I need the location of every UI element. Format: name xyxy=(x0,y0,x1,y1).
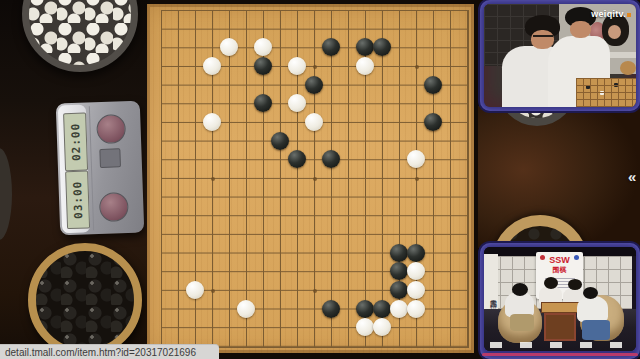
stone-white xyxy=(305,113,323,131)
video-panel-players[interactable]: weiqitv. xyxy=(480,0,640,111)
broadcast-screen: 02:00 03:00 xyxy=(0,0,640,359)
mini-stone-bowl xyxy=(620,61,636,75)
studio-player-right-hair xyxy=(583,287,598,299)
floor-card xyxy=(520,342,532,348)
mini-go-board xyxy=(576,78,636,107)
clock-lcd-housing: 02:00 03:00 xyxy=(58,104,90,233)
hoshi-point xyxy=(313,177,317,181)
stone-white xyxy=(203,57,221,75)
stone-white xyxy=(254,38,272,56)
stone-black xyxy=(271,132,289,150)
spectator-face xyxy=(608,25,621,39)
go-board xyxy=(147,4,474,353)
stone-white xyxy=(288,57,306,75)
table-left-area: 02:00 03:00 xyxy=(0,0,150,359)
url-overlay[interactable]: detail.tmall.com/item.htm?id=20317021696 xyxy=(0,344,219,359)
video-bottom-content: 天元围棋 SSW 围棋 xyxy=(484,247,636,351)
floor-card xyxy=(490,342,502,348)
hoshi-point xyxy=(211,177,215,181)
stone-white xyxy=(356,318,374,336)
watermark-dot-icon xyxy=(627,13,631,17)
banner-logo-right-icon xyxy=(574,255,579,260)
clock-time-bottom: 03:00 xyxy=(70,181,84,220)
stone-black xyxy=(254,94,272,112)
stone-black xyxy=(356,300,374,318)
stone-white xyxy=(407,281,425,299)
stone-black xyxy=(322,300,340,318)
hoshi-point xyxy=(415,65,419,69)
stone-black xyxy=(254,57,272,75)
stone-black xyxy=(356,38,374,56)
hoshi-point xyxy=(211,289,215,293)
player-left-glasses xyxy=(533,35,553,40)
studio-table-cabinet xyxy=(544,313,576,341)
stone-white xyxy=(390,300,408,318)
studio-player-right-shirt xyxy=(577,296,608,322)
url-text: detail.tmall.com/item.htm?id=20317021696 xyxy=(5,347,196,358)
floor-card xyxy=(610,342,622,348)
game-clock: 02:00 03:00 xyxy=(56,101,145,236)
stone-black xyxy=(390,244,408,262)
clock-display-bottom: 03:00 xyxy=(65,170,90,229)
hoshi-point xyxy=(415,177,419,181)
go-board-grid xyxy=(161,10,469,348)
stone-black xyxy=(322,38,340,56)
stone-white xyxy=(407,150,425,168)
stone-black xyxy=(322,150,340,168)
stone-white xyxy=(356,57,374,75)
collapse-chevron-icon[interactable]: « xyxy=(628,168,636,185)
stone-white xyxy=(373,318,391,336)
clock-button-top xyxy=(96,114,126,144)
stone-white xyxy=(407,262,425,280)
studio-go-table xyxy=(541,302,579,313)
clock-logo xyxy=(99,148,121,168)
frame-accent-bar xyxy=(482,353,638,356)
video-panel-studio[interactable]: 天元围棋 SSW 围棋 xyxy=(480,243,640,359)
clock-time-top: 02:00 xyxy=(68,123,82,162)
stone-black xyxy=(373,38,391,56)
clock-seam xyxy=(89,106,94,230)
studio-person-back-left-hair xyxy=(544,277,558,289)
stone-black xyxy=(407,244,425,262)
stone-black xyxy=(305,76,323,94)
watermark-text: weiqitv. xyxy=(591,9,626,19)
studio-player-right-jeans xyxy=(582,320,610,340)
stone-white xyxy=(186,281,204,299)
banner-subtitle: 围棋 xyxy=(536,265,583,275)
white-stone-bowl xyxy=(22,0,138,72)
stone-white xyxy=(203,113,221,131)
black-stone-bowl xyxy=(28,243,142,357)
stone-white xyxy=(237,300,255,318)
watermark-label: weiqitv. xyxy=(591,9,631,19)
stone-black xyxy=(424,113,442,131)
bowl-lid-edge xyxy=(0,148,12,240)
player-right-face xyxy=(570,21,591,38)
hoshi-point xyxy=(313,289,317,293)
stone-black xyxy=(424,76,442,94)
clock-button-bottom xyxy=(99,192,129,222)
hoshi-point xyxy=(313,65,317,69)
stone-black xyxy=(390,262,408,280)
stone-white xyxy=(220,38,238,56)
studio-player-left-hair xyxy=(512,283,528,296)
stone-white xyxy=(288,94,306,112)
video-top-content: weiqitv. xyxy=(484,4,636,107)
stone-black xyxy=(390,281,408,299)
clock-display-top: 02:00 xyxy=(63,112,88,171)
stone-black xyxy=(288,150,306,168)
stone-white xyxy=(407,300,425,318)
floor-card xyxy=(580,342,592,348)
floor-card xyxy=(550,342,562,348)
banner-logo-left-icon xyxy=(540,255,545,260)
studio-player-left-legs xyxy=(510,314,534,331)
studio-person-back-right-hair xyxy=(568,279,582,290)
stone-black xyxy=(373,300,391,318)
